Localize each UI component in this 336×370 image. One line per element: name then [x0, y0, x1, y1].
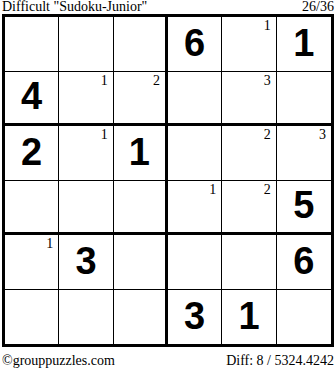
cell-r5c5[interactable] — [222, 235, 276, 290]
cell-r5c1[interactable]: 1 — [5, 235, 59, 290]
cell-r4c2[interactable] — [59, 181, 113, 236]
cell-r1c5[interactable]: 1 — [222, 17, 276, 72]
cell-r3c2[interactable]: 1 — [59, 126, 113, 181]
header: Difficult "Sudoku-Junior" 26/36 — [2, 0, 334, 13]
cell-r3c3[interactable]: 1 — [114, 126, 168, 181]
given-digit: 2 — [21, 133, 42, 173]
pencil-mark: 2 — [153, 73, 160, 88]
cell-r1c2[interactable] — [59, 17, 113, 72]
cell-r2c4[interactable] — [168, 72, 222, 127]
cell-r2c5[interactable]: 3 — [222, 72, 276, 127]
puzzle-title: Difficult "Sudoku-Junior" — [2, 0, 147, 13]
cell-r6c5[interactable]: 1 — [222, 290, 276, 345]
given-digit: 3 — [184, 297, 205, 337]
cell-r6c6[interactable] — [277, 290, 331, 345]
given-digit: 5 — [293, 186, 314, 226]
cell-r3c1[interactable]: 2 — [5, 126, 59, 181]
cell-r4c3[interactable] — [114, 181, 168, 236]
cell-r5c3[interactable] — [114, 235, 168, 290]
given-digit: 1 — [238, 297, 259, 337]
cell-r3c5[interactable]: 2 — [222, 126, 276, 181]
cell-r6c2[interactable] — [59, 290, 113, 345]
puzzle-counter: 26/36 — [302, 0, 334, 13]
cell-r5c2[interactable]: 3 — [59, 235, 113, 290]
pencil-mark: 1 — [46, 236, 53, 251]
pencil-mark: 3 — [319, 127, 326, 142]
cell-r2c2[interactable]: 1 — [59, 72, 113, 127]
cell-r6c3[interactable] — [114, 290, 168, 345]
cell-r4c4[interactable]: 1 — [168, 181, 222, 236]
pencil-mark: 1 — [209, 182, 216, 197]
pencil-mark: 2 — [264, 182, 271, 197]
given-digit: 3 — [75, 242, 96, 282]
cell-r6c1[interactable] — [5, 290, 59, 345]
given-digit: 1 — [129, 133, 150, 173]
cell-r3c4[interactable] — [168, 126, 222, 181]
cell-r1c3[interactable] — [114, 17, 168, 72]
cell-r1c1[interactable] — [5, 17, 59, 72]
cell-r1c4[interactable]: 6 — [168, 17, 222, 72]
pencil-mark: 1 — [101, 127, 108, 142]
cell-r4c6[interactable]: 5 — [277, 181, 331, 236]
cell-r1c6[interactable]: 1 — [277, 17, 331, 72]
cell-r2c6[interactable] — [277, 72, 331, 127]
copyright-text: ©grouppuzzles.com — [2, 353, 115, 368]
given-digit: 1 — [293, 24, 314, 64]
given-digit: 6 — [184, 24, 205, 64]
cell-r5c6[interactable]: 6 — [277, 235, 331, 290]
footer: ©grouppuzzles.com Diff: 8 / 5324.4242 — [2, 353, 334, 368]
pencil-mark: 3 — [264, 73, 271, 88]
cell-r3c6[interactable]: 3 — [277, 126, 331, 181]
pencil-mark: 1 — [101, 73, 108, 88]
sudoku-board: 61141232112312513631 — [2, 14, 334, 347]
pencil-mark: 1 — [264, 18, 271, 33]
pencil-mark: 2 — [264, 127, 271, 142]
puzzle-page: Difficult "Sudoku-Junior" 26/36 61141232… — [0, 0, 336, 370]
cell-r4c1[interactable] — [5, 181, 59, 236]
cell-r2c1[interactable]: 4 — [5, 72, 59, 127]
given-digit: 6 — [293, 242, 314, 282]
cell-r4c5[interactable]: 2 — [222, 181, 276, 236]
difficulty-text: Diff: 8 / 5324.4242 — [226, 353, 334, 368]
given-digit: 4 — [21, 77, 42, 117]
cell-r5c4[interactable] — [168, 235, 222, 290]
cell-r2c3[interactable]: 2 — [114, 72, 168, 127]
cell-r6c4[interactable]: 3 — [168, 290, 222, 345]
